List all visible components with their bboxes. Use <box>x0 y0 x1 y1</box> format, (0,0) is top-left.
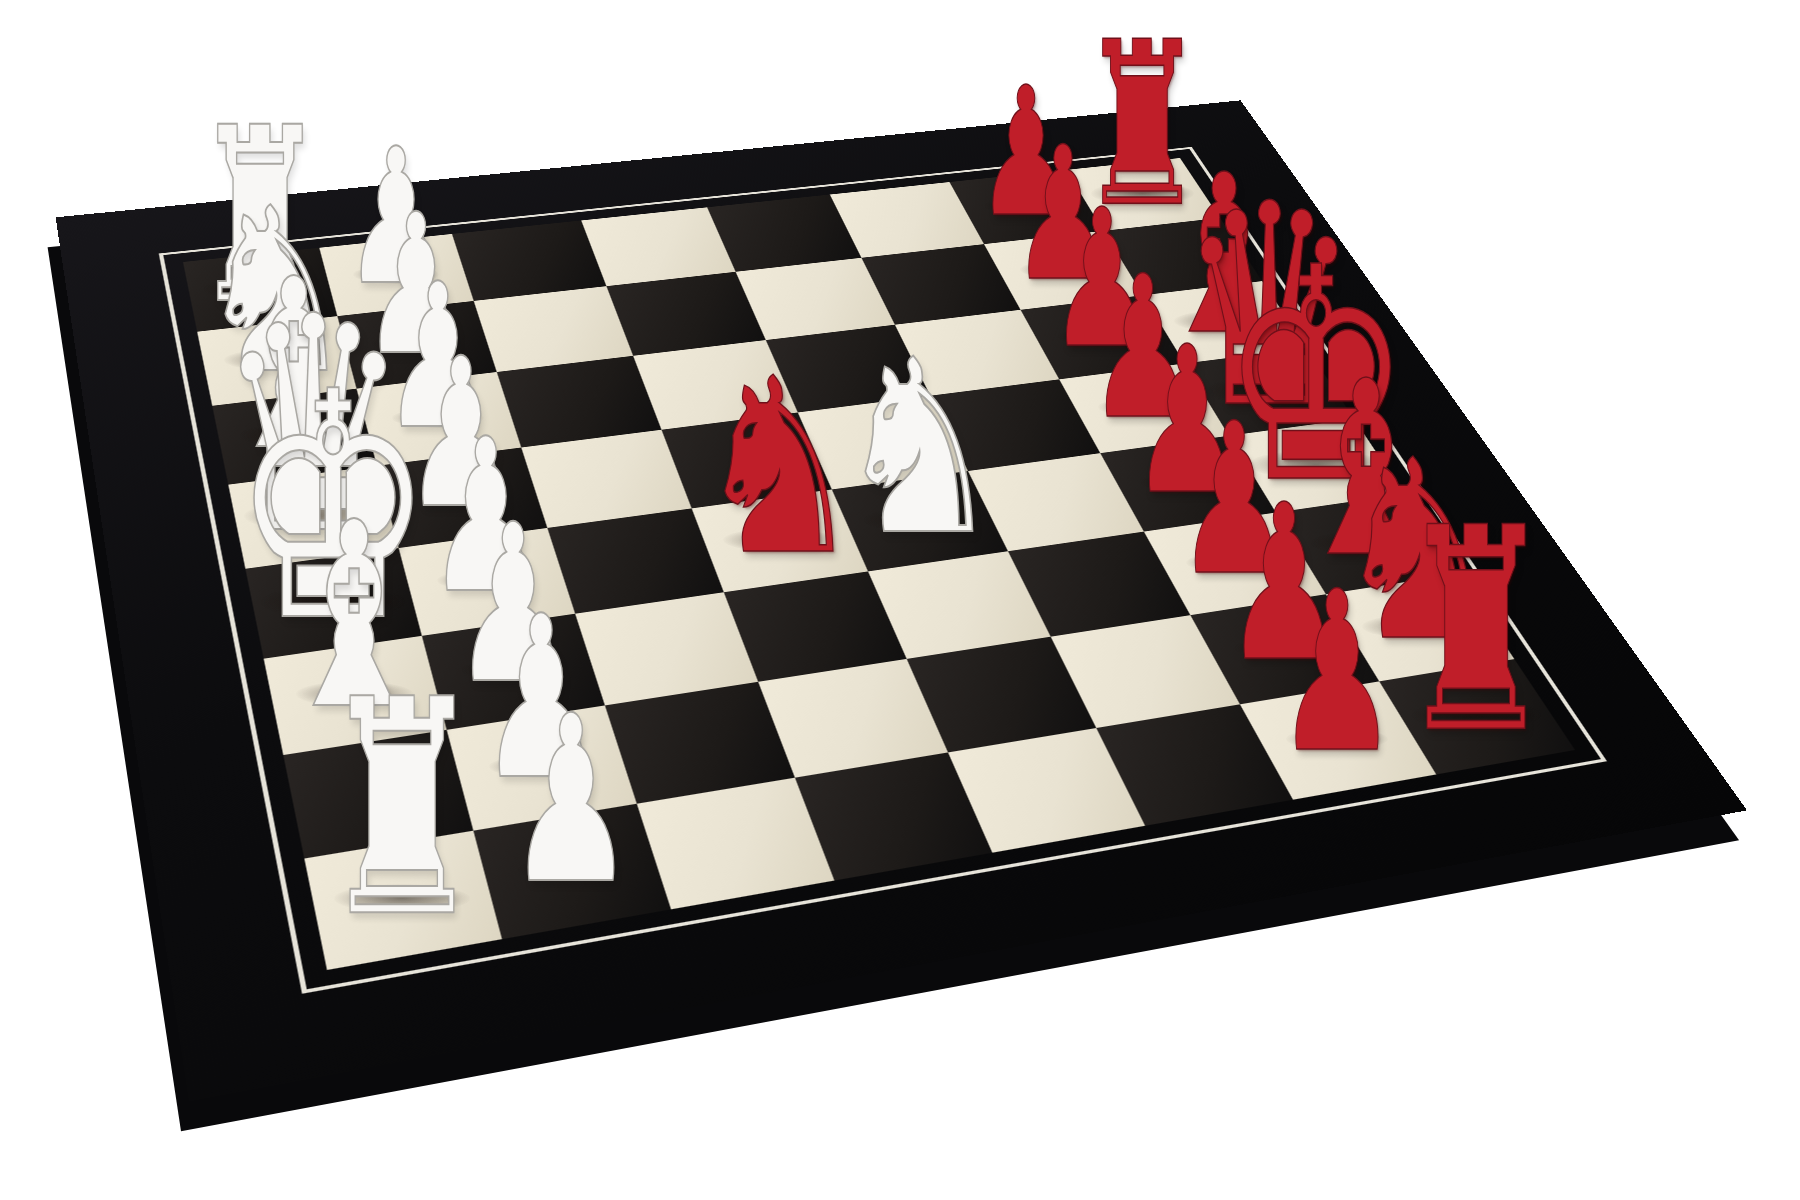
chess-photo-scene: ♜♟♟♟♜♝♟♟♞♛♟♟♝♚♟♟♛♞♞♝♟♟♚♞♟♟♝♜♟♟♟♜ <box>0 0 1800 1200</box>
chess-board <box>183 158 1575 970</box>
